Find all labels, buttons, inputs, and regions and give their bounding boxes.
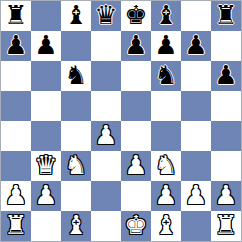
square-c4[interactable]	[61, 121, 91, 151]
square-h7[interactable]	[211, 31, 241, 61]
square-a8[interactable]: ♜	[1, 1, 31, 31]
square-f2[interactable]: ♟	[151, 181, 181, 211]
square-g2[interactable]: ♟	[181, 181, 211, 211]
square-h3[interactable]	[211, 151, 241, 181]
square-c5[interactable]	[61, 91, 91, 121]
square-g1[interactable]	[181, 211, 211, 241]
piece-white-rook: ♜	[4, 212, 27, 238]
square-b2[interactable]: ♟	[31, 181, 61, 211]
piece-white-bishop: ♝	[154, 212, 177, 238]
square-e8[interactable]: ♚	[121, 1, 151, 31]
square-d1[interactable]	[91, 211, 121, 241]
square-c1[interactable]: ♝	[61, 211, 91, 241]
square-h8[interactable]: ♜	[211, 1, 241, 31]
piece-white-knight: ♞	[154, 152, 177, 178]
piece-black-king: ♚	[124, 2, 147, 28]
piece-black-pawn: ♟	[4, 32, 27, 58]
square-f7[interactable]: ♟	[151, 31, 181, 61]
square-c3[interactable]: ♞	[61, 151, 91, 181]
square-b8[interactable]	[31, 1, 61, 31]
square-f8[interactable]: ♝	[151, 1, 181, 31]
piece-white-pawn: ♟	[94, 122, 117, 148]
piece-black-knight: ♞	[154, 62, 177, 88]
square-e5[interactable]	[121, 91, 151, 121]
square-g5[interactable]	[181, 91, 211, 121]
square-h1[interactable]: ♜	[211, 211, 241, 241]
piece-white-queen: ♛	[34, 152, 57, 178]
square-g8[interactable]	[181, 1, 211, 31]
square-h5[interactable]	[211, 91, 241, 121]
square-a5[interactable]	[1, 91, 31, 121]
square-h6[interactable]: ♟	[211, 61, 241, 91]
piece-white-king: ♚	[124, 212, 147, 238]
square-b5[interactable]	[31, 91, 61, 121]
square-e1[interactable]: ♚	[121, 211, 151, 241]
square-f6[interactable]: ♞	[151, 61, 181, 91]
square-f3[interactable]: ♞	[151, 151, 181, 181]
square-b6[interactable]	[31, 61, 61, 91]
piece-black-pawn: ♟	[184, 32, 207, 58]
piece-white-knight: ♞	[64, 152, 87, 178]
chess-board: ♜♝♛♚♝♜♟♟♟♟♟♞♞♟♟♛♞♟♞♟♟♟♟♟♜♝♚♝♜	[0, 0, 242, 242]
square-b3[interactable]: ♛	[31, 151, 61, 181]
square-c2[interactable]	[61, 181, 91, 211]
piece-white-rook: ♜	[214, 212, 237, 238]
piece-white-bishop: ♝	[64, 212, 87, 238]
piece-black-pawn: ♟	[34, 32, 57, 58]
square-f1[interactable]: ♝	[151, 211, 181, 241]
square-h4[interactable]	[211, 121, 241, 151]
piece-white-pawn: ♟	[34, 182, 57, 208]
square-a7[interactable]: ♟	[1, 31, 31, 61]
square-a2[interactable]: ♟	[1, 181, 31, 211]
square-g6[interactable]	[181, 61, 211, 91]
square-e7[interactable]: ♟	[121, 31, 151, 61]
piece-black-rook: ♜	[214, 2, 237, 28]
piece-white-pawn: ♟	[184, 182, 207, 208]
piece-black-knight: ♞	[64, 62, 87, 88]
square-b1[interactable]	[31, 211, 61, 241]
square-a1[interactable]: ♜	[1, 211, 31, 241]
piece-white-pawn: ♟	[124, 152, 147, 178]
square-d2[interactable]	[91, 181, 121, 211]
square-a3[interactable]	[1, 151, 31, 181]
square-d4[interactable]: ♟	[91, 121, 121, 151]
square-e2[interactable]	[121, 181, 151, 211]
square-d6[interactable]	[91, 61, 121, 91]
square-d7[interactable]	[91, 31, 121, 61]
piece-white-pawn: ♟	[4, 182, 27, 208]
piece-black-queen: ♛	[94, 2, 117, 28]
square-g3[interactable]	[181, 151, 211, 181]
square-h2[interactable]: ♟	[211, 181, 241, 211]
square-b7[interactable]: ♟	[31, 31, 61, 61]
square-g4[interactable]	[181, 121, 211, 151]
square-c7[interactable]	[61, 31, 91, 61]
square-a4[interactable]	[1, 121, 31, 151]
piece-black-bishop: ♝	[64, 2, 87, 28]
square-f4[interactable]	[151, 121, 181, 151]
piece-white-pawn: ♟	[214, 182, 237, 208]
piece-black-pawn: ♟	[154, 32, 177, 58]
square-e3[interactable]: ♟	[121, 151, 151, 181]
piece-black-rook: ♜	[4, 2, 27, 28]
piece-black-pawn: ♟	[214, 62, 237, 88]
square-c8[interactable]: ♝	[61, 1, 91, 31]
square-a6[interactable]	[1, 61, 31, 91]
square-f5[interactable]	[151, 91, 181, 121]
piece-white-pawn: ♟	[154, 182, 177, 208]
square-e6[interactable]	[121, 61, 151, 91]
square-d5[interactable]	[91, 91, 121, 121]
square-c6[interactable]: ♞	[61, 61, 91, 91]
square-d3[interactable]	[91, 151, 121, 181]
piece-black-bishop: ♝	[154, 2, 177, 28]
square-b4[interactable]	[31, 121, 61, 151]
square-d8[interactable]: ♛	[91, 1, 121, 31]
square-e4[interactable]	[121, 121, 151, 151]
square-g7[interactable]: ♟	[181, 31, 211, 61]
piece-black-pawn: ♟	[124, 32, 147, 58]
